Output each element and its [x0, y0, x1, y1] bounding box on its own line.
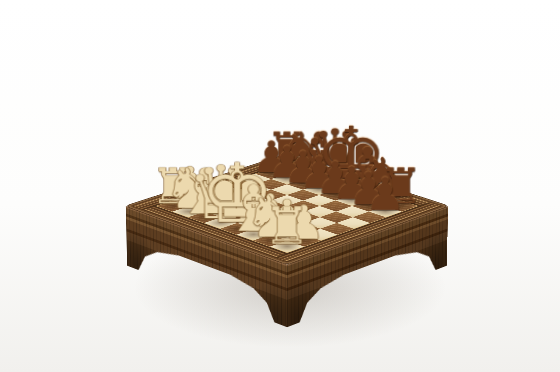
- white-rook-glyph: ♜: [240, 203, 334, 250]
- black-pawn-glyph: ♟: [340, 173, 431, 215]
- chess-set-product-photo: ♜♞♝♛♚♝♞♜♟♟♟♟♟♟♟♟♟♟♟♟♟♟♟♟♜♞♝♛♚♝♞♜: [0, 0, 560, 372]
- scene: ♜♞♝♛♚♝♞♜♟♟♟♟♟♟♟♟♟♟♟♟♟♟♟♟♜♞♝♛♚♝♞♜: [0, 0, 560, 372]
